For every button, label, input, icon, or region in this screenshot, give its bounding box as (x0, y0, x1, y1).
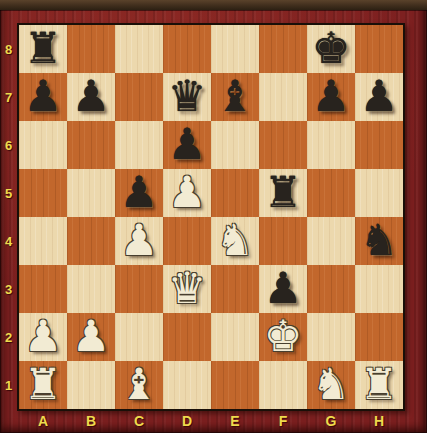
file-labels: ABCDEFGH (19, 410, 403, 432)
square-b1[interactable] (67, 361, 115, 409)
square-c2[interactable] (115, 313, 163, 361)
piece-black-pawn[interactable]: ♟ (72, 75, 111, 118)
square-f1[interactable] (259, 361, 307, 409)
chessboard-app: 87654321 ♜♚♟♟♛♝♟♟♟♟♟♜♟♞♞♛♟♟♟♚♜♝♞♜ ABCDEF… (0, 0, 427, 433)
square-a5[interactable] (19, 169, 67, 217)
square-a8[interactable]: ♜ (19, 25, 67, 73)
piece-white-queen[interactable]: ♛ (168, 267, 207, 310)
square-d8[interactable] (163, 25, 211, 73)
square-e1[interactable] (211, 361, 259, 409)
square-d3[interactable]: ♛ (163, 265, 211, 313)
rank-label-4: 4 (0, 217, 17, 265)
file-label-c: C (115, 410, 163, 432)
square-d2[interactable] (163, 313, 211, 361)
square-h3[interactable] (355, 265, 403, 313)
square-f3[interactable]: ♟ (259, 265, 307, 313)
square-b8[interactable] (67, 25, 115, 73)
piece-black-pawn[interactable]: ♟ (312, 75, 351, 118)
piece-white-pawn[interactable]: ♟ (168, 171, 207, 214)
piece-black-bishop[interactable]: ♝ (216, 75, 255, 118)
piece-black-pawn[interactable]: ♟ (168, 123, 207, 166)
file-label-d: D (163, 410, 211, 432)
window-top-edge (0, 0, 427, 10)
square-b5[interactable] (67, 169, 115, 217)
square-h4[interactable]: ♞ (355, 217, 403, 265)
square-h6[interactable] (355, 121, 403, 169)
square-b2[interactable]: ♟ (67, 313, 115, 361)
square-h7[interactable]: ♟ (355, 73, 403, 121)
square-c1[interactable]: ♝ (115, 361, 163, 409)
file-label-g: G (307, 410, 355, 432)
square-c6[interactable] (115, 121, 163, 169)
square-c4[interactable]: ♟ (115, 217, 163, 265)
rank-label-3: 3 (0, 265, 17, 313)
square-g1[interactable]: ♞ (307, 361, 355, 409)
rank-label-5: 5 (0, 169, 17, 217)
square-a3[interactable] (19, 265, 67, 313)
rank-label-6: 6 (0, 121, 17, 169)
square-f4[interactable] (259, 217, 307, 265)
square-d4[interactable] (163, 217, 211, 265)
square-g8[interactable]: ♚ (307, 25, 355, 73)
piece-white-bishop[interactable]: ♝ (120, 363, 159, 406)
square-d1[interactable] (163, 361, 211, 409)
file-label-f: F (259, 410, 307, 432)
square-h8[interactable] (355, 25, 403, 73)
square-c3[interactable] (115, 265, 163, 313)
rank-label-8: 8 (0, 25, 17, 73)
file-label-h: H (355, 410, 403, 432)
piece-black-king[interactable]: ♚ (312, 27, 351, 70)
square-b6[interactable] (67, 121, 115, 169)
piece-black-pawn[interactable]: ♟ (360, 75, 399, 118)
chess-board: ♜♚♟♟♛♝♟♟♟♟♟♜♟♞♞♛♟♟♟♚♜♝♞♜ (17, 23, 405, 411)
square-g7[interactable]: ♟ (307, 73, 355, 121)
piece-black-rook[interactable]: ♜ (264, 171, 303, 214)
square-e6[interactable] (211, 121, 259, 169)
square-g4[interactable] (307, 217, 355, 265)
square-c7[interactable] (115, 73, 163, 121)
piece-black-rook[interactable]: ♜ (24, 27, 63, 70)
piece-white-pawn[interactable]: ♟ (120, 219, 159, 262)
piece-white-pawn[interactable]: ♟ (72, 315, 111, 358)
square-c8[interactable] (115, 25, 163, 73)
square-h2[interactable] (355, 313, 403, 361)
file-label-a: A (19, 410, 67, 432)
square-b7[interactable]: ♟ (67, 73, 115, 121)
square-e5[interactable] (211, 169, 259, 217)
square-f8[interactable] (259, 25, 307, 73)
square-g5[interactable] (307, 169, 355, 217)
square-d7[interactable]: ♛ (163, 73, 211, 121)
file-label-e: E (211, 410, 259, 432)
piece-white-rook[interactable]: ♜ (360, 363, 399, 406)
square-h5[interactable] (355, 169, 403, 217)
square-e3[interactable] (211, 265, 259, 313)
square-g2[interactable] (307, 313, 355, 361)
square-e8[interactable] (211, 25, 259, 73)
piece-white-pawn[interactable]: ♟ (24, 315, 63, 358)
piece-black-pawn[interactable]: ♟ (264, 267, 303, 310)
square-b3[interactable] (67, 265, 115, 313)
piece-white-knight[interactable]: ♞ (216, 219, 255, 262)
piece-black-knight[interactable]: ♞ (360, 219, 399, 262)
piece-black-queen[interactable]: ♛ (168, 75, 207, 118)
square-e7[interactable]: ♝ (211, 73, 259, 121)
square-g6[interactable] (307, 121, 355, 169)
square-a6[interactable] (19, 121, 67, 169)
square-a2[interactable]: ♟ (19, 313, 67, 361)
piece-black-pawn[interactable]: ♟ (120, 171, 159, 214)
square-c5[interactable]: ♟ (115, 169, 163, 217)
square-e4[interactable]: ♞ (211, 217, 259, 265)
square-f5[interactable]: ♜ (259, 169, 307, 217)
square-a4[interactable] (19, 217, 67, 265)
file-label-b: B (67, 410, 115, 432)
piece-black-pawn[interactable]: ♟ (24, 75, 63, 118)
rank-label-2: 2 (0, 313, 17, 361)
square-e2[interactable] (211, 313, 259, 361)
rank-labels: 87654321 (0, 25, 17, 409)
square-d6[interactable]: ♟ (163, 121, 211, 169)
square-g3[interactable] (307, 265, 355, 313)
square-a7[interactable]: ♟ (19, 73, 67, 121)
square-a1[interactable]: ♜ (19, 361, 67, 409)
square-f2[interactable]: ♚ (259, 313, 307, 361)
piece-white-rook[interactable]: ♜ (24, 363, 63, 406)
square-b4[interactable] (67, 217, 115, 265)
piece-white-king[interactable]: ♚ (264, 315, 303, 358)
rank-label-1: 1 (0, 361, 17, 409)
rank-label-7: 7 (0, 73, 17, 121)
square-f6[interactable] (259, 121, 307, 169)
square-h1[interactable]: ♜ (355, 361, 403, 409)
piece-white-knight[interactable]: ♞ (312, 363, 351, 406)
square-f7[interactable] (259, 73, 307, 121)
square-d5[interactable]: ♟ (163, 169, 211, 217)
